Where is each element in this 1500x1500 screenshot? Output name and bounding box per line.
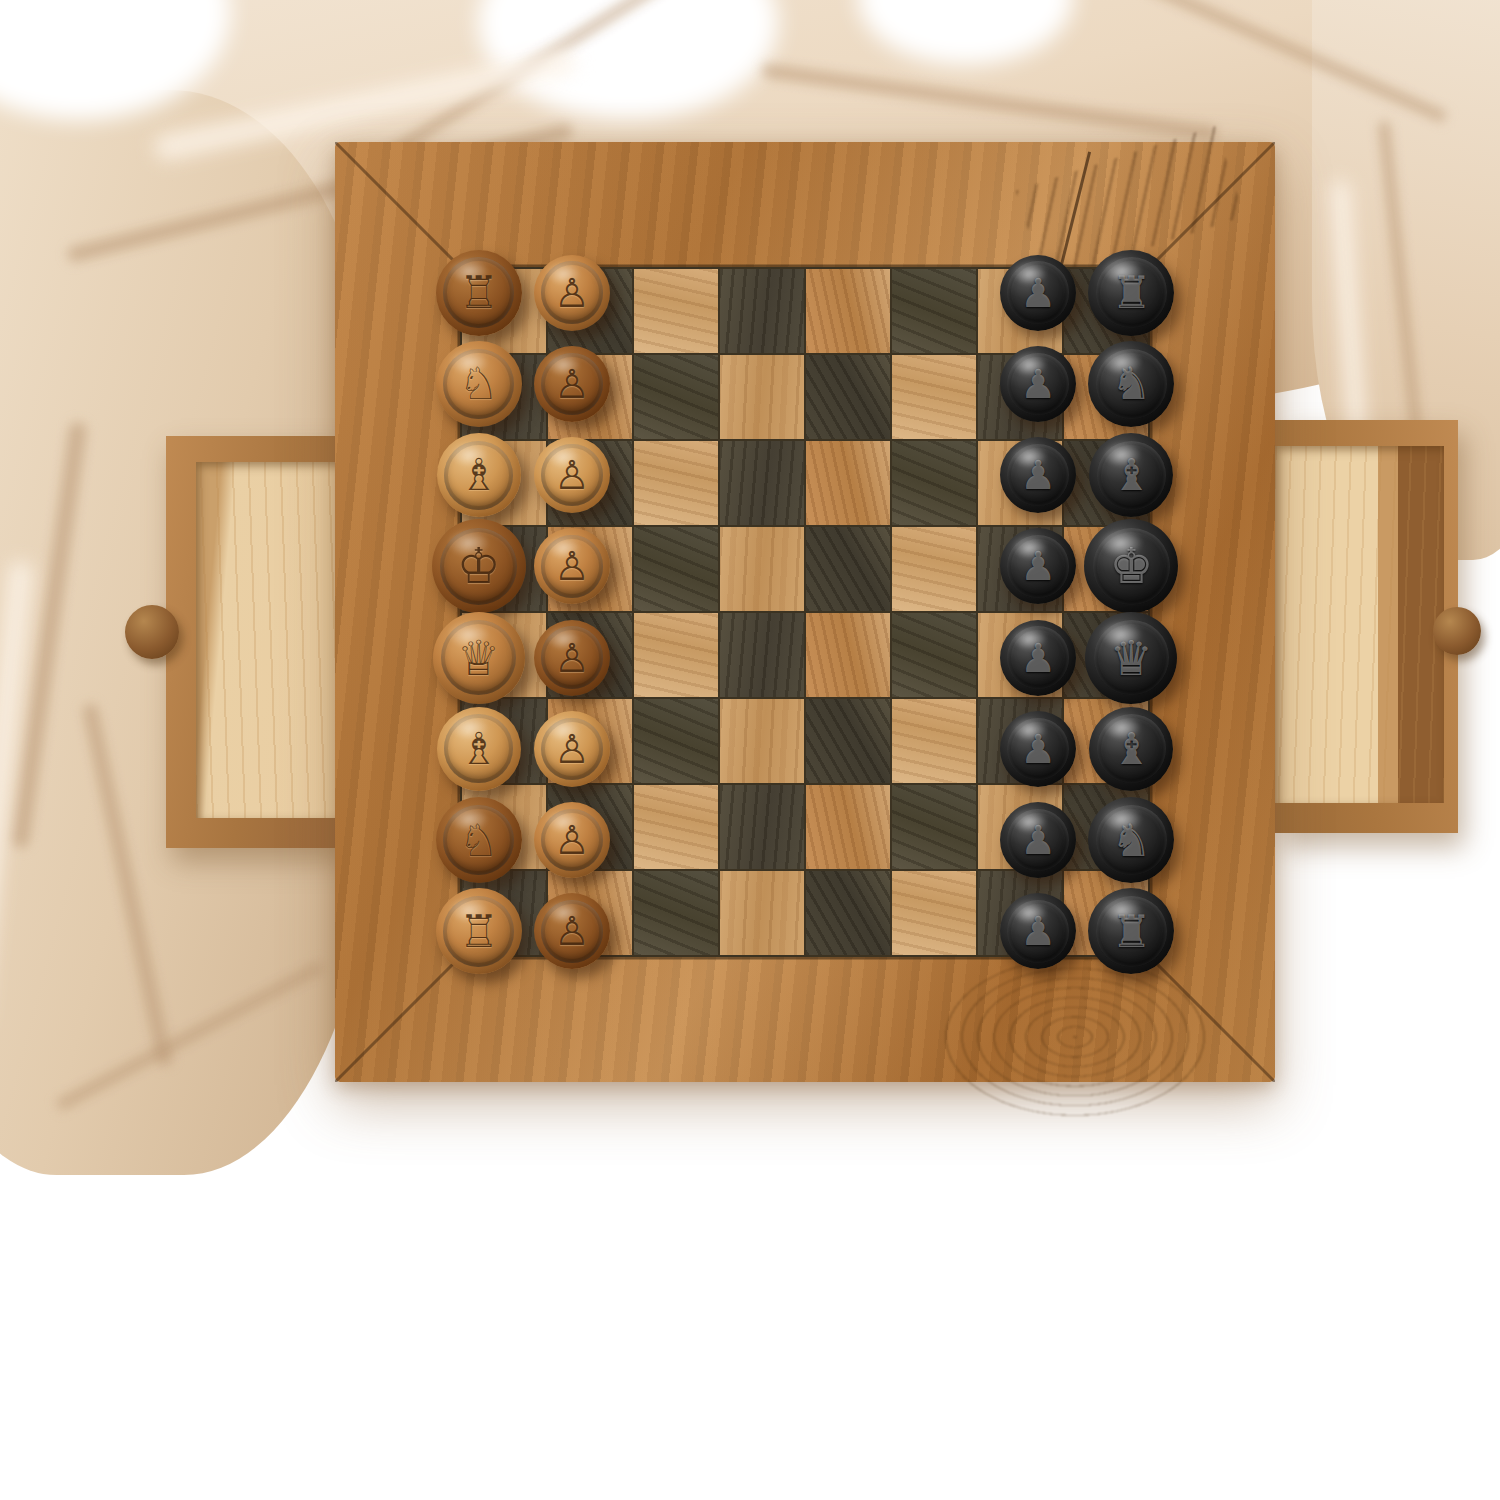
piece-white-pawn-b2[interactable]: ♙	[534, 802, 610, 878]
white-rook-glyph: ♖	[458, 270, 498, 315]
left-drawer-knob[interactable]	[125, 605, 179, 659]
square-h4[interactable]	[720, 269, 804, 353]
right-drawer-interior	[1275, 446, 1444, 803]
piece-white-pawn-d2[interactable]: ♙	[534, 620, 610, 696]
white-bishop-glyph: ♗	[459, 453, 498, 497]
black-pawn-glyph: ♟	[1020, 455, 1056, 495]
square-c5[interactable]	[806, 699, 890, 783]
piece-white-pawn-f2[interactable]: ♙	[534, 437, 610, 513]
white-pawn-glyph: ♙	[554, 911, 590, 951]
square-d5[interactable]	[806, 613, 890, 697]
piece-white-pawn-h2[interactable]: ♙	[534, 255, 610, 331]
white-pawn-glyph: ♙	[554, 820, 590, 860]
black-knight-glyph: ♞	[1111, 361, 1151, 406]
black-rook-glyph: ♜	[1111, 909, 1151, 954]
white-king-glyph: ♔	[457, 542, 501, 591]
piece-white-bishop-c1[interactable]: ♗	[437, 707, 521, 791]
left-drawer[interactable]	[166, 436, 346, 848]
square-a4[interactable]	[720, 871, 804, 955]
square-g5[interactable]	[806, 355, 890, 439]
wood-knot	[935, 952, 1215, 1122]
piece-white-king-e1[interactable]: ♔	[432, 519, 526, 613]
square-b5[interactable]	[806, 785, 890, 869]
piece-white-rook-h1[interactable]: ♖	[436, 250, 522, 336]
piece-black-pawn-f7[interactable]: ♟	[1000, 437, 1076, 513]
square-f5[interactable]	[806, 441, 890, 525]
piece-black-pawn-a7[interactable]: ♟	[1000, 893, 1076, 969]
playing-grid: ♖♘♗♔♕♗♘♖♙♙♙♙♙♙♙♙♟♟♟♟♟♟♟♟♜♞♝♚♛♝♞♜	[460, 267, 1150, 957]
square-e4[interactable]	[720, 527, 804, 611]
square-h3[interactable]	[634, 269, 718, 353]
chess-board: ♖♘♗♔♕♗♘♖♙♙♙♙♙♙♙♙♟♟♟♟♟♟♟♟♜♞♝♚♛♝♞♜	[335, 142, 1275, 1082]
square-e3[interactable]	[634, 527, 718, 611]
white-knight-glyph: ♘	[458, 361, 498, 406]
piece-black-rook-a8[interactable]: ♜	[1088, 888, 1174, 974]
black-king-glyph: ♚	[1109, 542, 1153, 591]
piece-black-pawn-d7[interactable]: ♟	[1000, 620, 1076, 696]
piece-white-knight-b1[interactable]: ♘	[436, 797, 522, 883]
piece-black-queen-d8[interactable]: ♛	[1085, 612, 1177, 704]
piece-black-knight-b8[interactable]: ♞	[1088, 797, 1174, 883]
white-rook-glyph: ♖	[458, 909, 498, 954]
black-queen-glyph: ♛	[1110, 634, 1153, 682]
black-knight-glyph: ♞	[1111, 818, 1151, 863]
square-c3[interactable]	[634, 699, 718, 783]
black-pawn-glyph: ♟	[1020, 638, 1056, 678]
piece-black-knight-g8[interactable]: ♞	[1088, 341, 1174, 427]
piece-black-pawn-e7[interactable]: ♟	[1000, 528, 1076, 604]
square-f6[interactable]	[892, 441, 976, 525]
white-pawn-glyph: ♙	[554, 455, 590, 495]
white-queen-glyph: ♕	[457, 634, 500, 682]
square-e6[interactable]	[892, 527, 976, 611]
piece-black-pawn-c7[interactable]: ♟	[1000, 711, 1076, 787]
black-pawn-glyph: ♟	[1020, 546, 1056, 586]
square-a6[interactable]	[892, 871, 976, 955]
square-d4[interactable]	[720, 613, 804, 697]
piece-white-pawn-e2[interactable]: ♙	[534, 528, 610, 604]
piece-white-queen-d1[interactable]: ♕	[433, 612, 525, 704]
square-b4[interactable]	[720, 785, 804, 869]
square-a3[interactable]	[634, 871, 718, 955]
black-pawn-glyph: ♟	[1020, 273, 1056, 313]
square-h6[interactable]	[892, 269, 976, 353]
square-e5[interactable]	[806, 527, 890, 611]
piece-black-king-e8[interactable]: ♚	[1084, 519, 1178, 613]
square-f4[interactable]	[720, 441, 804, 525]
square-g3[interactable]	[634, 355, 718, 439]
piece-black-pawn-b7[interactable]: ♟	[1000, 802, 1076, 878]
square-g6[interactable]	[892, 355, 976, 439]
piece-white-pawn-c2[interactable]: ♙	[534, 711, 610, 787]
square-b3[interactable]	[634, 785, 718, 869]
black-pawn-glyph: ♟	[1020, 364, 1056, 404]
piece-white-knight-g1[interactable]: ♘	[436, 341, 522, 427]
piece-white-bishop-f1[interactable]: ♗	[437, 433, 521, 517]
square-c4[interactable]	[720, 699, 804, 783]
piece-black-bishop-c8[interactable]: ♝	[1089, 707, 1173, 791]
black-rook-glyph: ♜	[1111, 270, 1151, 315]
square-a5[interactable]	[806, 871, 890, 955]
white-pawn-glyph: ♙	[554, 546, 590, 586]
right-drawer[interactable]	[1275, 420, 1458, 833]
piece-white-pawn-a2[interactable]: ♙	[534, 893, 610, 969]
square-f3[interactable]	[634, 441, 718, 525]
white-bishop-glyph: ♗	[459, 727, 498, 771]
black-pawn-glyph: ♟	[1020, 729, 1056, 769]
square-d6[interactable]	[892, 613, 976, 697]
square-g4[interactable]	[720, 355, 804, 439]
square-b6[interactable]	[892, 785, 976, 869]
right-drawer-knob[interactable]	[1433, 607, 1481, 655]
piece-black-rook-h8[interactable]: ♜	[1088, 250, 1174, 336]
piece-black-pawn-h7[interactable]: ♟	[1000, 255, 1076, 331]
square-h5[interactable]	[806, 269, 890, 353]
black-pawn-glyph: ♟	[1020, 820, 1056, 860]
square-d3[interactable]	[634, 613, 718, 697]
scene: ♖♘♗♔♕♗♘♖♙♙♙♙♙♙♙♙♟♟♟♟♟♟♟♟♜♞♝♚♛♝♞♜	[0, 0, 1500, 1500]
piece-black-pawn-g7[interactable]: ♟	[1000, 346, 1076, 422]
white-pawn-glyph: ♙	[554, 364, 590, 404]
white-pawn-glyph: ♙	[554, 273, 590, 313]
square-c6[interactable]	[892, 699, 976, 783]
black-bishop-glyph: ♝	[1112, 727, 1151, 771]
piece-white-pawn-g2[interactable]: ♙	[534, 346, 610, 422]
black-pawn-glyph: ♟	[1020, 911, 1056, 951]
piece-white-rook-a1[interactable]: ♖	[436, 888, 522, 974]
piece-black-bishop-f8[interactable]: ♝	[1089, 433, 1173, 517]
white-pawn-glyph: ♙	[554, 729, 590, 769]
white-knight-glyph: ♘	[458, 818, 498, 863]
left-drawer-interior	[196, 462, 346, 818]
black-bishop-glyph: ♝	[1112, 453, 1151, 497]
white-pawn-glyph: ♙	[554, 638, 590, 678]
